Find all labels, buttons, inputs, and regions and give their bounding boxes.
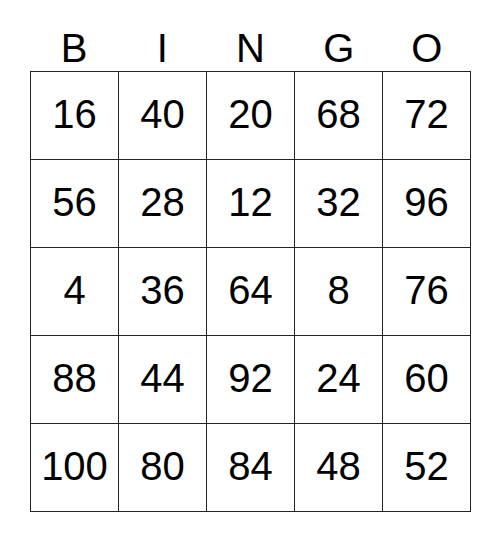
bingo-cell-r4c1[interactable]: 88 [31, 336, 119, 424]
bingo-cell-r2c4[interactable]: 32 [295, 160, 383, 248]
bingo-header: B I N G O [30, 0, 471, 71]
bingo-cell-r3c4[interactable]: 8 [295, 248, 383, 336]
bingo-cell-r3c1[interactable]: 4 [31, 248, 119, 336]
bingo-cell-r3c3[interactable]: 64 [207, 248, 295, 336]
bingo-cell-r4c3[interactable]: 92 [207, 336, 295, 424]
bingo-cell-r4c2[interactable]: 44 [119, 336, 207, 424]
bingo-cell-r2c1[interactable]: 56 [31, 160, 119, 248]
bingo-cell-r1c5[interactable]: 72 [383, 72, 471, 160]
header-letter-n: N [206, 0, 294, 71]
bingo-cell-r5c1[interactable]: 100 [31, 424, 119, 512]
header-letter-o: O [383, 0, 471, 71]
bingo-cell-r1c4[interactable]: 68 [295, 72, 383, 160]
bingo-card: B I N G O 16 40 20 68 72 56 28 12 32 96 … [0, 0, 500, 544]
bingo-cell-r4c4[interactable]: 24 [295, 336, 383, 424]
bingo-cell-r4c5[interactable]: 60 [383, 336, 471, 424]
header-letter-g: G [295, 0, 383, 71]
header-letter-b: B [30, 0, 118, 71]
bingo-board: 16 40 20 68 72 56 28 12 32 96 4 36 64 8 … [30, 71, 471, 512]
bingo-cell-r5c3[interactable]: 84 [207, 424, 295, 512]
bingo-cell-r1c1[interactable]: 16 [31, 72, 119, 160]
bingo-cell-r2c2[interactable]: 28 [119, 160, 207, 248]
bingo-cell-r5c2[interactable]: 80 [119, 424, 207, 512]
bingo-cell-r5c5[interactable]: 52 [383, 424, 471, 512]
bingo-cell-r5c4[interactable]: 48 [295, 424, 383, 512]
bingo-cell-r1c2[interactable]: 40 [119, 72, 207, 160]
bingo-cell-r3c2[interactable]: 36 [119, 248, 207, 336]
bingo-cell-r2c3[interactable]: 12 [207, 160, 295, 248]
bingo-cell-r3c5[interactable]: 76 [383, 248, 471, 336]
bingo-cell-r2c5[interactable]: 96 [383, 160, 471, 248]
bingo-cell-r1c3[interactable]: 20 [207, 72, 295, 160]
header-letter-i: I [118, 0, 206, 71]
